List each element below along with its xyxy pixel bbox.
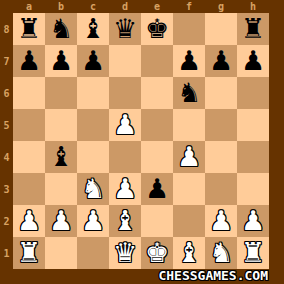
square-f4[interactable]: ♟ xyxy=(173,141,205,173)
square-a7[interactable]: ♟ xyxy=(13,45,45,77)
square-e2[interactable] xyxy=(141,205,173,237)
file-label-d: d xyxy=(109,0,141,13)
rank-label-5: 5 xyxy=(0,109,13,141)
rank-label-2: 2 xyxy=(0,205,13,237)
square-e1[interactable]: ♚ xyxy=(141,237,173,269)
square-e5[interactable] xyxy=(141,109,173,141)
rank-labels: 8 7 6 5 4 3 2 1 xyxy=(0,13,13,269)
file-label-g: g xyxy=(205,0,237,13)
piece-black-queen[interactable]: ♛ xyxy=(113,15,137,42)
square-d1[interactable]: ♛ xyxy=(109,237,141,269)
square-d3[interactable]: ♟ xyxy=(109,173,141,205)
square-b4[interactable]: ♝ xyxy=(45,141,77,173)
rank-label-7: 7 xyxy=(0,45,13,77)
square-b8[interactable]: ♞ xyxy=(45,13,77,45)
square-c4[interactable] xyxy=(77,141,109,173)
square-h7[interactable]: ♟ xyxy=(237,45,269,77)
square-a3[interactable] xyxy=(13,173,45,205)
piece-white-pawn[interactable]: ♟ xyxy=(209,207,233,234)
square-e3[interactable]: ♟ xyxy=(141,173,173,205)
file-label-b: b xyxy=(45,0,77,13)
chessboard-frame: a b c d e f g h 8 7 6 5 4 3 2 1 ♜♞♝♛♚♜♟♟… xyxy=(0,0,284,284)
square-g6[interactable] xyxy=(205,77,237,109)
square-f1[interactable]: ♝ xyxy=(173,237,205,269)
square-f7[interactable]: ♟ xyxy=(173,45,205,77)
square-h4[interactable] xyxy=(237,141,269,173)
square-a8[interactable]: ♜ xyxy=(13,13,45,45)
piece-white-bishop[interactable]: ♝ xyxy=(177,239,201,266)
piece-white-pawn[interactable]: ♟ xyxy=(177,143,201,170)
square-e4[interactable] xyxy=(141,141,173,173)
square-b2[interactable]: ♟ xyxy=(45,205,77,237)
piece-black-pawn[interactable]: ♟ xyxy=(81,47,105,74)
square-e7[interactable] xyxy=(141,45,173,77)
rank-label-3: 3 xyxy=(0,173,13,205)
piece-black-pawn[interactable]: ♟ xyxy=(145,175,169,202)
piece-black-bishop[interactable]: ♝ xyxy=(49,143,73,170)
square-c6[interactable] xyxy=(77,77,109,109)
piece-white-rook[interactable]: ♜ xyxy=(17,239,41,266)
square-b5[interactable] xyxy=(45,109,77,141)
square-g5[interactable] xyxy=(205,109,237,141)
piece-black-bishop[interactable]: ♝ xyxy=(81,15,105,42)
square-d7[interactable] xyxy=(109,45,141,77)
square-e6[interactable] xyxy=(141,77,173,109)
square-h2[interactable]: ♟ xyxy=(237,205,269,237)
square-h8[interactable]: ♜ xyxy=(237,13,269,45)
square-h6[interactable] xyxy=(237,77,269,109)
square-a4[interactable] xyxy=(13,141,45,173)
square-g7[interactable]: ♟ xyxy=(205,45,237,77)
square-c3[interactable]: ♞ xyxy=(77,173,109,205)
piece-black-pawn[interactable]: ♟ xyxy=(177,47,201,74)
square-b3[interactable] xyxy=(45,173,77,205)
square-f5[interactable] xyxy=(173,109,205,141)
piece-white-pawn[interactable]: ♟ xyxy=(17,207,41,234)
piece-black-knight[interactable]: ♞ xyxy=(49,15,73,42)
square-f3[interactable] xyxy=(173,173,205,205)
square-a6[interactable] xyxy=(13,77,45,109)
file-label-f: f xyxy=(173,0,205,13)
file-label-c: c xyxy=(77,0,109,13)
rank-label-4: 4 xyxy=(0,141,13,173)
square-d6[interactable] xyxy=(109,77,141,109)
piece-white-pawn[interactable]: ♟ xyxy=(113,175,137,202)
square-c1[interactable] xyxy=(77,237,109,269)
rank-label-8: 8 xyxy=(0,13,13,45)
rank-label-6: 6 xyxy=(0,77,13,109)
file-label-h: h xyxy=(237,0,269,13)
piece-black-pawn[interactable]: ♟ xyxy=(17,47,41,74)
square-c2[interactable]: ♟ xyxy=(77,205,109,237)
square-a1[interactable]: ♜ xyxy=(13,237,45,269)
square-h3[interactable] xyxy=(237,173,269,205)
piece-white-knight[interactable]: ♞ xyxy=(81,175,105,202)
square-g8[interactable] xyxy=(205,13,237,45)
piece-white-queen[interactable]: ♛ xyxy=(113,239,137,266)
square-a2[interactable]: ♟ xyxy=(13,205,45,237)
file-labels: a b c d e f g h xyxy=(13,0,269,13)
piece-black-king[interactable]: ♚ xyxy=(145,15,169,42)
chessgames-watermark: CHESSGAMES.COM xyxy=(158,269,268,282)
square-b6[interactable] xyxy=(45,77,77,109)
square-b1[interactable] xyxy=(45,237,77,269)
piece-black-rook[interactable]: ♜ xyxy=(241,15,265,42)
piece-white-rook[interactable]: ♜ xyxy=(241,239,265,266)
piece-black-pawn[interactable]: ♟ xyxy=(209,47,233,74)
square-f2[interactable] xyxy=(173,205,205,237)
square-a5[interactable] xyxy=(13,109,45,141)
square-g1[interactable]: ♞ xyxy=(205,237,237,269)
file-label-e: e xyxy=(141,0,173,13)
square-c5[interactable] xyxy=(77,109,109,141)
square-b7[interactable]: ♟ xyxy=(45,45,77,77)
square-d8[interactable]: ♛ xyxy=(109,13,141,45)
square-d4[interactable] xyxy=(109,141,141,173)
square-h1[interactable]: ♜ xyxy=(237,237,269,269)
piece-white-knight[interactable]: ♞ xyxy=(209,239,233,266)
square-c8[interactable]: ♝ xyxy=(77,13,109,45)
piece-black-knight[interactable]: ♞ xyxy=(177,79,201,106)
piece-black-pawn[interactable]: ♟ xyxy=(49,47,73,74)
file-label-a: a xyxy=(13,0,45,13)
square-e8[interactable]: ♚ xyxy=(141,13,173,45)
square-f6[interactable]: ♞ xyxy=(173,77,205,109)
square-d5[interactable]: ♟ xyxy=(109,109,141,141)
square-h5[interactable] xyxy=(237,109,269,141)
piece-white-pawn[interactable]: ♟ xyxy=(241,207,265,234)
square-g4[interactable] xyxy=(205,141,237,173)
piece-white-bishop[interactable]: ♝ xyxy=(113,207,137,234)
rank-label-1: 1 xyxy=(0,237,13,269)
square-f8[interactable] xyxy=(173,13,205,45)
piece-white-king[interactable]: ♚ xyxy=(145,239,169,266)
piece-white-pawn[interactable]: ♟ xyxy=(81,207,105,234)
square-d2[interactable]: ♝ xyxy=(109,205,141,237)
square-g2[interactable]: ♟ xyxy=(205,205,237,237)
square-g3[interactable] xyxy=(205,173,237,205)
square-c7[interactable]: ♟ xyxy=(77,45,109,77)
piece-white-pawn[interactable]: ♟ xyxy=(49,207,73,234)
piece-white-pawn[interactable]: ♟ xyxy=(113,111,137,138)
board: ♜♞♝♛♚♜♟♟♟♟♟♟♞♟♝♟♞♟♟♟♟♟♝♟♟♜♛♚♝♞♜ xyxy=(13,13,269,269)
piece-black-rook[interactable]: ♜ xyxy=(17,15,41,42)
piece-black-pawn[interactable]: ♟ xyxy=(241,47,265,74)
